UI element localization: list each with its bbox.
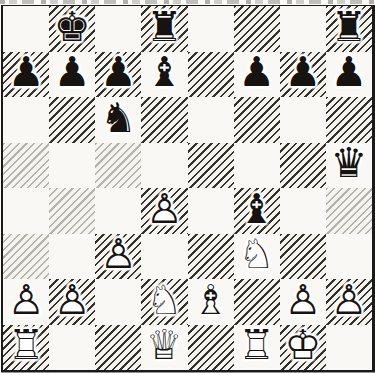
square-e6[interactable]	[188, 97, 234, 143]
square-b2[interactable]: ♟♙	[49, 279, 95, 325]
square-c8[interactable]	[95, 6, 141, 52]
piece-wP-b2: ♟♙	[49, 279, 95, 325]
square-g6[interactable]	[280, 97, 326, 143]
piece-wR-a1: ♜♖	[3, 325, 49, 371]
piece-bP-a7: ♟♟	[3, 52, 49, 98]
square-d3[interactable]	[141, 234, 187, 280]
square-f2[interactable]	[234, 279, 280, 325]
piece-bN-c6: ♞♞	[95, 97, 141, 143]
square-f4[interactable]: ♝♝	[234, 188, 280, 234]
square-f5[interactable]	[234, 143, 280, 189]
square-d8[interactable]: ♜♜	[141, 6, 187, 52]
square-c4[interactable]	[95, 188, 141, 234]
piece-wR-f1: ♜♖	[234, 325, 280, 371]
square-a7[interactable]: ♟♟	[3, 52, 49, 98]
square-c3[interactable]: ♟♙	[95, 234, 141, 280]
square-b1[interactable]	[49, 325, 95, 371]
square-a8[interactable]	[3, 6, 49, 52]
square-g4[interactable]	[280, 188, 326, 234]
square-b3[interactable]	[49, 234, 95, 280]
square-c1[interactable]	[95, 325, 141, 371]
square-f3[interactable]: ♞♘	[234, 234, 280, 280]
chess-board: ♚♚♜♜♜♜♟♟♟♟♟♟♝♝♟♟♟♟♟♟♞♞♛♛♟♙♝♝♟♙♞♘♟♙♟♙♞♘♝♗…	[1, 5, 375, 372]
square-d4[interactable]: ♟♙	[141, 188, 187, 234]
piece-bB-d7: ♝♝	[141, 52, 187, 98]
square-e7[interactable]	[188, 52, 234, 98]
chess-diagram-page: ♚♚♜♜♜♜♟♟♟♟♟♟♝♝♟♟♟♟♟♟♞♞♛♛♟♙♝♝♟♙♞♘♟♙♟♙♞♘♝♗…	[0, 0, 375, 373]
square-f8[interactable]	[234, 6, 280, 52]
square-h8[interactable]: ♜♜	[326, 6, 372, 52]
piece-wP-h2: ♟♙	[326, 279, 372, 325]
square-e1[interactable]	[188, 325, 234, 371]
piece-wN-f3: ♞♘	[234, 234, 280, 280]
square-d2[interactable]: ♞♘	[141, 279, 187, 325]
square-h7[interactable]: ♟♟	[326, 52, 372, 98]
square-e2[interactable]: ♝♗	[188, 279, 234, 325]
square-b5[interactable]	[49, 143, 95, 189]
square-e5[interactable]	[188, 143, 234, 189]
square-h2[interactable]: ♟♙	[326, 279, 372, 325]
piece-wP-d4: ♟♙	[141, 188, 187, 234]
square-c6[interactable]: ♞♞	[95, 97, 141, 143]
square-e4[interactable]	[188, 188, 234, 234]
square-c2[interactable]	[95, 279, 141, 325]
piece-wN-d2: ♞♘	[141, 279, 187, 325]
piece-bB-f4: ♝♝	[234, 188, 280, 234]
square-g3[interactable]	[280, 234, 326, 280]
square-b8[interactable]: ♚♚	[49, 6, 95, 52]
piece-bP-b7: ♟♟	[49, 52, 95, 98]
square-f6[interactable]	[234, 97, 280, 143]
square-b7[interactable]: ♟♟	[49, 52, 95, 98]
square-g7[interactable]: ♟♟	[280, 52, 326, 98]
square-e8[interactable]	[188, 6, 234, 52]
piece-bP-g7: ♟♟	[280, 52, 326, 98]
square-b6[interactable]	[49, 97, 95, 143]
piece-bK-b8: ♚♚	[49, 6, 95, 52]
square-f1[interactable]: ♜♖	[234, 325, 280, 371]
square-a6[interactable]	[3, 97, 49, 143]
square-a4[interactable]	[3, 188, 49, 234]
piece-wQ-d1: ♛♕	[141, 325, 187, 371]
piece-wK-g1: ♚♔	[280, 325, 326, 371]
square-h6[interactable]	[326, 97, 372, 143]
square-g5[interactable]	[280, 143, 326, 189]
square-b4[interactable]	[49, 188, 95, 234]
square-a5[interactable]	[3, 143, 49, 189]
square-h5[interactable]: ♛♛	[326, 143, 372, 189]
square-g8[interactable]	[280, 6, 326, 52]
square-d7[interactable]: ♝♝	[141, 52, 187, 98]
square-a3[interactable]	[3, 234, 49, 280]
piece-bQ-h5: ♛♛	[326, 143, 372, 189]
piece-bR-d8: ♜♜	[141, 6, 187, 52]
piece-bR-h8: ♜♜	[326, 6, 372, 52]
square-g2[interactable]: ♟♙	[280, 279, 326, 325]
square-d6[interactable]	[141, 97, 187, 143]
square-d5[interactable]	[141, 143, 187, 189]
square-e3[interactable]	[188, 234, 234, 280]
piece-bP-f7: ♟♟	[234, 52, 280, 98]
scan-noise-strip	[0, 0, 375, 4]
piece-wP-g2: ♟♙	[280, 279, 326, 325]
square-h4[interactable]	[326, 188, 372, 234]
square-h1[interactable]	[326, 325, 372, 371]
piece-wP-c3: ♟♙	[95, 234, 141, 280]
piece-wP-a2: ♟♙	[3, 279, 49, 325]
square-d1[interactable]: ♛♕	[141, 325, 187, 371]
square-c7[interactable]: ♟♟	[95, 52, 141, 98]
square-a2[interactable]: ♟♙	[3, 279, 49, 325]
square-c5[interactable]	[95, 143, 141, 189]
square-a1[interactable]: ♜♖	[3, 325, 49, 371]
piece-bP-h7: ♟♟	[326, 52, 372, 98]
piece-wB-e2: ♝♗	[188, 279, 234, 325]
square-g1[interactable]: ♚♔	[280, 325, 326, 371]
square-h3[interactable]	[326, 234, 372, 280]
piece-bP-c7: ♟♟	[95, 52, 141, 98]
square-f7[interactable]: ♟♟	[234, 52, 280, 98]
